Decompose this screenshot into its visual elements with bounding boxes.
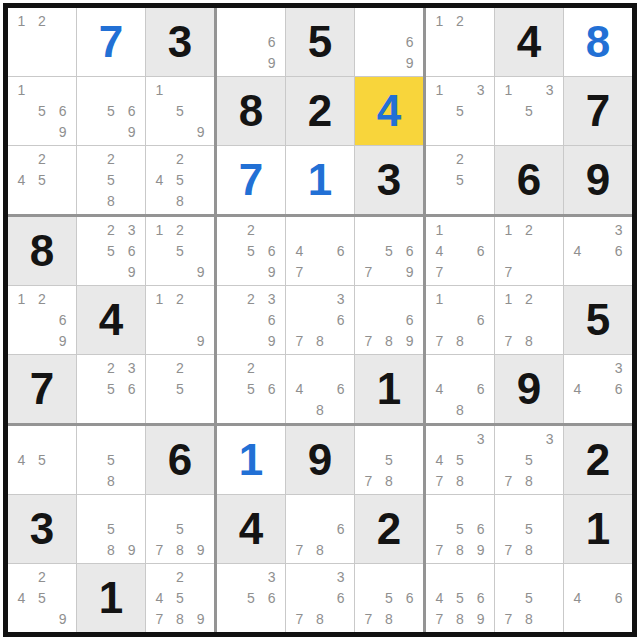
candidate-9: 9 xyxy=(190,330,211,351)
candidate-8 xyxy=(588,608,609,629)
candidate-5: 5 xyxy=(170,170,191,191)
candidate-2: 2 xyxy=(170,149,191,170)
candidate-3 xyxy=(539,220,560,241)
candidate-9 xyxy=(330,399,351,420)
candidate-1: 1 xyxy=(149,220,170,241)
cell-r9c6[interactable]: 5678 xyxy=(355,564,423,632)
cell-r5c2[interactable]: 4 xyxy=(77,286,145,354)
cell-r8c5[interactable]: 678 xyxy=(286,495,354,563)
candidate-2 xyxy=(101,498,122,519)
candidate-4: 4 xyxy=(429,450,450,471)
candidate-1 xyxy=(358,567,379,588)
candidate-6 xyxy=(539,450,560,471)
candidate-7 xyxy=(429,190,450,211)
candidate-5: 5 xyxy=(450,450,471,471)
candidate-8: 8 xyxy=(379,470,400,491)
pencil-marks: 589 xyxy=(77,495,145,563)
cell-r2c5[interactable]: 2 xyxy=(286,77,354,145)
candidate-5: 5 xyxy=(450,170,471,191)
cell-r8c2[interactable]: 589 xyxy=(77,495,145,563)
candidate-1 xyxy=(11,567,32,588)
pencil-marks: 2356 xyxy=(77,355,145,423)
cell-r2c4[interactable]: 8 xyxy=(217,77,285,145)
candidate-5 xyxy=(310,519,331,540)
pencil-marks: 578 xyxy=(495,495,563,563)
candidate-3 xyxy=(261,358,282,379)
candidate-2 xyxy=(588,358,609,379)
entered-digit: 4 xyxy=(355,77,423,145)
candidate-3 xyxy=(190,567,211,588)
candidate-1 xyxy=(358,429,379,450)
candidate-7: 7 xyxy=(358,608,379,629)
candidate-9: 9 xyxy=(52,608,73,629)
candidate-2: 2 xyxy=(519,220,540,241)
candidate-9 xyxy=(470,470,491,491)
candidate-1 xyxy=(289,358,310,379)
candidate-3 xyxy=(52,289,73,310)
candidate-8 xyxy=(310,261,331,282)
cell-r8c7[interactable]: 56789 xyxy=(426,495,494,563)
candidate-3 xyxy=(121,80,142,101)
cell-r3c3[interactable]: 2458 xyxy=(146,146,214,214)
candidate-3: 3 xyxy=(539,429,560,450)
candidate-6: 6 xyxy=(470,379,491,400)
candidate-2: 2 xyxy=(101,220,122,241)
candidate-3: 3 xyxy=(470,429,491,450)
candidate-5: 5 xyxy=(379,450,400,471)
given-digit: 1 xyxy=(355,355,423,423)
cell-r1c8[interactable]: 4 xyxy=(495,8,563,76)
candidate-5: 5 xyxy=(32,588,53,609)
candidate-2 xyxy=(170,498,191,519)
candidate-1 xyxy=(358,289,379,310)
box-7: 455863589578924591245789 xyxy=(8,426,214,632)
pencil-marks: 25 xyxy=(146,355,214,423)
candidate-4 xyxy=(358,32,379,53)
cell-r7c7[interactable]: 34578 xyxy=(426,426,494,494)
candidate-9 xyxy=(190,399,211,420)
candidate-8: 8 xyxy=(170,608,191,629)
candidate-8 xyxy=(101,399,122,420)
cell-r7c6[interactable]: 578 xyxy=(355,426,423,494)
cell-r5c8[interactable]: 1278 xyxy=(495,286,563,354)
candidate-7: 7 xyxy=(358,261,379,282)
candidate-5 xyxy=(450,310,471,331)
candidate-6: 6 xyxy=(470,519,491,540)
candidate-6 xyxy=(470,32,491,53)
candidate-4 xyxy=(149,519,170,540)
box-9: 345783578256789578145678957846 xyxy=(426,426,632,632)
candidate-4 xyxy=(358,241,379,262)
candidate-6 xyxy=(399,450,420,471)
candidate-6 xyxy=(539,241,560,262)
candidate-9: 9 xyxy=(261,261,282,282)
candidate-8: 8 xyxy=(519,330,540,351)
candidate-1 xyxy=(80,220,101,241)
given-digit: 8 xyxy=(8,217,76,285)
cell-r6c7[interactable]: 468 xyxy=(426,355,494,423)
cell-r9c2[interactable]: 1 xyxy=(77,564,145,632)
cell-r2c3[interactable]: 159 xyxy=(146,77,214,145)
candidate-6: 6 xyxy=(399,588,420,609)
candidate-3 xyxy=(190,358,211,379)
candidate-1: 1 xyxy=(429,289,450,310)
candidate-2 xyxy=(450,567,471,588)
candidate-9 xyxy=(121,399,142,420)
candidate-4 xyxy=(220,310,241,331)
candidate-1 xyxy=(220,220,241,241)
candidate-3 xyxy=(470,358,491,379)
candidate-8: 8 xyxy=(101,539,122,560)
cell-r4c3[interactable]: 1259 xyxy=(146,217,214,285)
candidate-6 xyxy=(470,101,491,122)
candidate-6: 6 xyxy=(261,241,282,262)
candidate-1 xyxy=(80,149,101,170)
cell-r3c4[interactable]: 7 xyxy=(217,146,285,214)
cell-r2c2[interactable]: 569 xyxy=(77,77,145,145)
candidate-6 xyxy=(121,170,142,191)
candidate-8 xyxy=(241,52,262,73)
cell-r5c5[interactable]: 3678 xyxy=(286,286,354,354)
cell-r4c8[interactable]: 127 xyxy=(495,217,563,285)
pencil-marks: 1678 xyxy=(426,286,494,354)
candidate-3 xyxy=(121,429,142,450)
cell-r7c3[interactable]: 6 xyxy=(146,426,214,494)
candidate-4: 4 xyxy=(11,450,32,471)
candidate-4 xyxy=(498,588,519,609)
cell-r3c6[interactable]: 3 xyxy=(355,146,423,214)
candidate-2: 2 xyxy=(170,358,191,379)
cell-r2c8[interactable]: 135 xyxy=(495,77,563,145)
cell-r2c1[interactable]: 1569 xyxy=(8,77,76,145)
candidate-4 xyxy=(289,519,310,540)
cell-r3c1[interactable]: 245 xyxy=(8,146,76,214)
candidate-3 xyxy=(121,149,142,170)
pencil-marks: 2369 xyxy=(217,286,285,354)
candidate-4 xyxy=(358,450,379,471)
candidate-3 xyxy=(190,289,211,310)
candidate-3 xyxy=(330,498,351,519)
candidate-8 xyxy=(170,399,191,420)
candidate-8: 8 xyxy=(170,539,191,560)
candidate-7 xyxy=(149,121,170,142)
cell-r1c4[interactable]: 69 xyxy=(217,8,285,76)
cell-r8c9[interactable]: 1 xyxy=(564,495,632,563)
given-digit: 9 xyxy=(286,426,354,494)
candidate-4: 4 xyxy=(289,241,310,262)
candidate-2 xyxy=(241,11,262,32)
candidate-6 xyxy=(539,588,560,609)
given-digit: 5 xyxy=(286,8,354,76)
candidate-7 xyxy=(11,330,32,351)
pencil-marks: 6789 xyxy=(355,286,423,354)
candidate-1 xyxy=(149,498,170,519)
candidate-6: 6 xyxy=(470,588,491,609)
cell-r4c2[interactable]: 23569 xyxy=(77,217,145,285)
candidate-3 xyxy=(52,11,73,32)
cell-r4c4[interactable]: 2569 xyxy=(217,217,285,285)
candidate-6 xyxy=(539,519,560,540)
candidate-9 xyxy=(539,330,560,351)
candidate-5: 5 xyxy=(101,101,122,122)
candidate-5 xyxy=(379,310,400,331)
candidate-6 xyxy=(52,450,73,471)
cell-r6c6[interactable]: 1 xyxy=(355,355,423,423)
candidate-6 xyxy=(190,519,211,540)
pencil-marks: 46 xyxy=(564,564,632,632)
pencil-marks: 578 xyxy=(495,564,563,632)
cell-r8c4[interactable]: 4 xyxy=(217,495,285,563)
candidate-6 xyxy=(539,101,560,122)
candidate-2 xyxy=(450,498,471,519)
candidate-9: 9 xyxy=(261,52,282,73)
cell-r6c9[interactable]: 346 xyxy=(564,355,632,423)
candidate-9: 9 xyxy=(399,261,420,282)
candidate-3 xyxy=(399,289,420,310)
cell-r9c8[interactable]: 578 xyxy=(495,564,563,632)
candidate-2 xyxy=(310,358,331,379)
candidate-1 xyxy=(80,80,101,101)
candidate-9: 9 xyxy=(190,121,211,142)
candidate-6: 6 xyxy=(52,310,73,331)
candidate-6 xyxy=(52,32,73,53)
candidate-7: 7 xyxy=(289,608,310,629)
candidate-5: 5 xyxy=(101,379,122,400)
candidate-9 xyxy=(52,470,73,491)
pencil-marks: 5789 xyxy=(146,495,214,563)
cell-r5c7[interactable]: 1678 xyxy=(426,286,494,354)
cell-r6c8[interactable]: 9 xyxy=(495,355,563,423)
candidate-2: 2 xyxy=(170,567,191,588)
candidate-2 xyxy=(101,429,122,450)
candidate-6 xyxy=(121,519,142,540)
cell-r6c2[interactable]: 2356 xyxy=(77,355,145,423)
cell-r6c3[interactable]: 25 xyxy=(146,355,214,423)
cell-r1c6[interactable]: 69 xyxy=(355,8,423,76)
candidate-7 xyxy=(80,399,101,420)
candidate-3: 3 xyxy=(539,80,560,101)
candidate-8 xyxy=(588,399,609,420)
cell-r7c9[interactable]: 2 xyxy=(564,426,632,494)
candidate-3 xyxy=(52,80,73,101)
candidate-2 xyxy=(450,358,471,379)
candidate-7 xyxy=(11,608,32,629)
cell-r5c6[interactable]: 6789 xyxy=(355,286,423,354)
candidate-9 xyxy=(470,261,491,282)
cell-r9c1[interactable]: 2459 xyxy=(8,564,76,632)
candidate-1: 1 xyxy=(498,80,519,101)
candidate-2: 2 xyxy=(32,567,53,588)
cell-r5c1[interactable]: 1269 xyxy=(8,286,76,354)
cell-r4c1[interactable]: 8 xyxy=(8,217,76,285)
candidate-1 xyxy=(80,498,101,519)
candidate-1 xyxy=(429,498,450,519)
candidate-8: 8 xyxy=(450,608,471,629)
candidate-6: 6 xyxy=(121,241,142,262)
candidate-9: 9 xyxy=(190,539,211,560)
candidate-4 xyxy=(80,519,101,540)
candidate-7: 7 xyxy=(429,261,450,282)
candidate-5 xyxy=(170,310,191,331)
candidate-9: 9 xyxy=(121,261,142,282)
pencil-marks: 256 xyxy=(217,355,285,423)
candidate-3: 3 xyxy=(608,358,629,379)
candidate-7 xyxy=(567,399,588,420)
candidate-9: 9 xyxy=(399,52,420,73)
candidate-1: 1 xyxy=(429,80,450,101)
candidate-9 xyxy=(539,470,560,491)
candidate-1 xyxy=(149,358,170,379)
candidate-5: 5 xyxy=(241,379,262,400)
cell-r7c1[interactable]: 45 xyxy=(8,426,76,494)
candidate-7 xyxy=(80,190,101,211)
cell-r8c1[interactable]: 3 xyxy=(8,495,76,563)
pencil-marks: 456789 xyxy=(426,564,494,632)
cell-r9c9[interactable]: 46 xyxy=(564,564,632,632)
candidate-4: 4 xyxy=(567,379,588,400)
pencil-marks: 468 xyxy=(286,355,354,423)
candidate-5: 5 xyxy=(170,588,191,609)
candidate-8 xyxy=(450,121,471,142)
cell-r1c1[interactable]: 12 xyxy=(8,8,76,76)
candidate-2 xyxy=(519,567,540,588)
candidate-1 xyxy=(80,429,101,450)
cell-r7c5[interactable]: 9 xyxy=(286,426,354,494)
pencil-marks: 5678 xyxy=(355,564,423,632)
candidate-2 xyxy=(519,498,540,519)
candidate-5 xyxy=(588,241,609,262)
cell-r9c4[interactable]: 356 xyxy=(217,564,285,632)
cell-r7c4[interactable]: 1 xyxy=(217,426,285,494)
candidate-3 xyxy=(190,80,211,101)
candidate-2: 2 xyxy=(241,358,262,379)
candidate-9 xyxy=(121,190,142,211)
pencil-marks: 467 xyxy=(286,217,354,285)
candidate-1 xyxy=(567,567,588,588)
cell-r6c1[interactable]: 7 xyxy=(8,355,76,423)
candidate-8: 8 xyxy=(519,470,540,491)
candidate-7: 7 xyxy=(498,470,519,491)
cell-r9c7[interactable]: 456789 xyxy=(426,564,494,632)
cell-r3c8[interactable]: 6 xyxy=(495,146,563,214)
cell-r7c8[interactable]: 3578 xyxy=(495,426,563,494)
cell-r5c4[interactable]: 2369 xyxy=(217,286,285,354)
cell-r9c5[interactable]: 3678 xyxy=(286,564,354,632)
cell-r1c5[interactable]: 5 xyxy=(286,8,354,76)
candidate-7 xyxy=(567,608,588,629)
candidate-7 xyxy=(358,52,379,73)
candidate-3 xyxy=(539,498,560,519)
candidate-3: 3 xyxy=(330,567,351,588)
pencil-marks: 56789 xyxy=(426,495,494,563)
cell-r8c8[interactable]: 578 xyxy=(495,495,563,563)
candidate-7 xyxy=(429,399,450,420)
candidate-4 xyxy=(289,588,310,609)
cell-r6c4[interactable]: 256 xyxy=(217,355,285,423)
candidate-1: 1 xyxy=(149,80,170,101)
pencil-marks: 569 xyxy=(77,77,145,145)
pencil-marks: 1278 xyxy=(495,286,563,354)
candidate-8 xyxy=(241,261,262,282)
candidate-8 xyxy=(519,261,540,282)
candidate-2 xyxy=(450,80,471,101)
candidate-9: 9 xyxy=(121,121,142,142)
cell-r3c5[interactable]: 1 xyxy=(286,146,354,214)
candidate-2 xyxy=(310,220,331,241)
cell-r2c6[interactable]: 4 xyxy=(355,77,423,145)
candidate-8 xyxy=(101,121,122,142)
box-8: 195784678235636785678 xyxy=(217,426,423,632)
cell-r1c9[interactable]: 8 xyxy=(564,8,632,76)
pencil-marks: 578 xyxy=(355,426,423,494)
cell-r5c3[interactable]: 129 xyxy=(146,286,214,354)
candidate-5 xyxy=(310,379,331,400)
cell-r3c2[interactable]: 258 xyxy=(77,146,145,214)
cell-r8c6[interactable]: 2 xyxy=(355,495,423,563)
cell-r9c3[interactable]: 245789 xyxy=(146,564,214,632)
candidate-7: 7 xyxy=(498,539,519,560)
cell-r2c7[interactable]: 135 xyxy=(426,77,494,145)
cell-r1c3[interactable]: 3 xyxy=(146,8,214,76)
candidate-7: 7 xyxy=(429,539,450,560)
cell-r8c3[interactable]: 5789 xyxy=(146,495,214,563)
candidate-2 xyxy=(101,80,122,101)
cell-r3c9[interactable]: 9 xyxy=(564,146,632,214)
candidate-8: 8 xyxy=(450,399,471,420)
pencil-marks: 356 xyxy=(217,564,285,632)
box-6: 14671273461678127854689346 xyxy=(426,217,632,423)
candidate-4: 4 xyxy=(429,588,450,609)
candidate-5: 5 xyxy=(450,101,471,122)
cell-r4c9[interactable]: 346 xyxy=(564,217,632,285)
candidate-1 xyxy=(11,429,32,450)
candidate-3 xyxy=(190,220,211,241)
cell-r1c7[interactable]: 12 xyxy=(426,8,494,76)
cell-r4c5[interactable]: 467 xyxy=(286,217,354,285)
cell-r4c7[interactable]: 1467 xyxy=(426,217,494,285)
candidate-1 xyxy=(498,498,519,519)
entered-digit: 1 xyxy=(217,426,285,494)
candidate-1 xyxy=(498,567,519,588)
cell-r1c2[interactable]: 7 xyxy=(77,8,145,76)
cell-r6c5[interactable]: 468 xyxy=(286,355,354,423)
candidate-4 xyxy=(149,310,170,331)
candidate-6 xyxy=(52,588,73,609)
cell-r7c2[interactable]: 58 xyxy=(77,426,145,494)
candidate-3 xyxy=(399,567,420,588)
cell-r3c7[interactable]: 25 xyxy=(426,146,494,214)
candidate-5: 5 xyxy=(241,241,262,262)
candidate-7 xyxy=(11,52,32,73)
candidate-7 xyxy=(11,470,32,491)
candidate-7 xyxy=(149,330,170,351)
cell-r2c9[interactable]: 7 xyxy=(564,77,632,145)
candidate-7: 7 xyxy=(289,261,310,282)
candidate-9 xyxy=(330,330,351,351)
cell-r5c9[interactable]: 5 xyxy=(564,286,632,354)
candidate-9 xyxy=(539,608,560,629)
candidate-9 xyxy=(608,399,629,420)
candidate-2 xyxy=(379,11,400,32)
candidate-1: 1 xyxy=(149,289,170,310)
candidate-3 xyxy=(399,220,420,241)
candidate-4: 4 xyxy=(567,241,588,262)
candidate-9: 9 xyxy=(399,330,420,351)
cell-r4c6[interactable]: 5679 xyxy=(355,217,423,285)
candidate-8: 8 xyxy=(101,190,122,211)
candidate-1: 1 xyxy=(429,220,450,241)
candidate-2: 2 xyxy=(241,220,262,241)
